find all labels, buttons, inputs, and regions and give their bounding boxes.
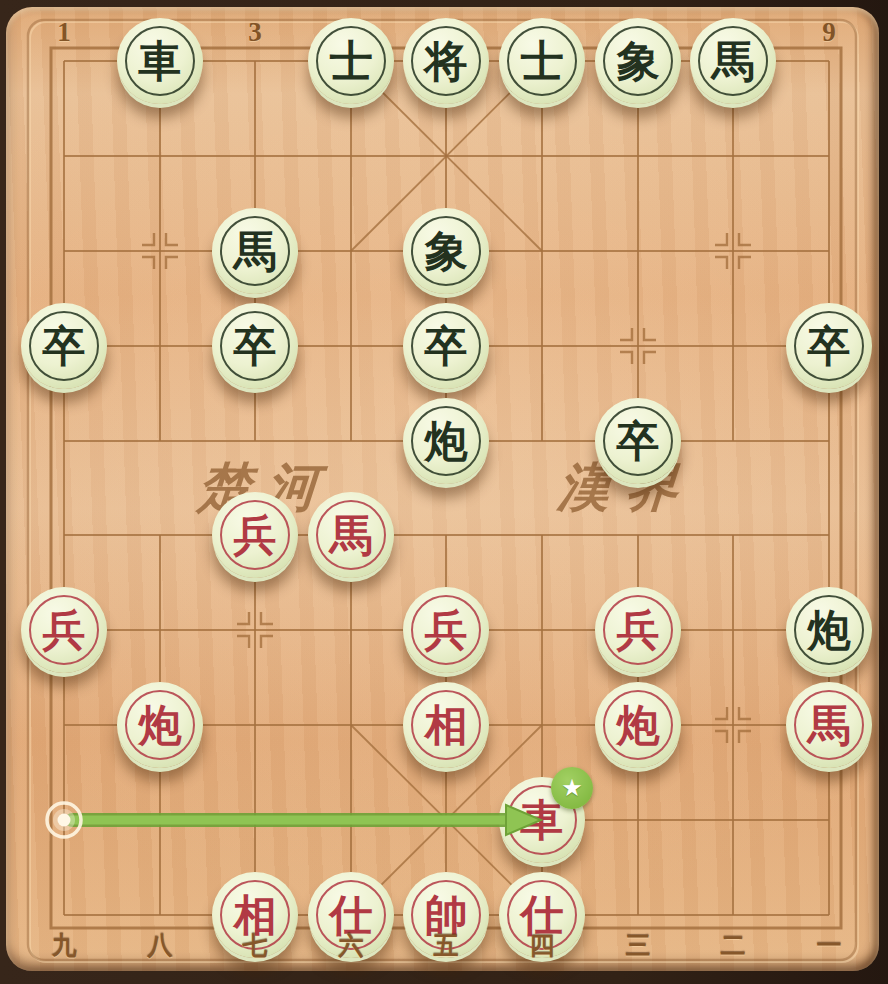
file-label-bottom-9: 一 xyxy=(807,929,851,962)
file-label-bottom-4: 六 xyxy=(329,929,373,962)
piece-black-象-f5r3[interactable]: 象 xyxy=(403,208,489,294)
file-label-top-9: 9 xyxy=(807,17,851,48)
file-label-bottom-8: 二 xyxy=(711,929,755,962)
piece-glyph: 炮 xyxy=(139,704,182,747)
piece-black-卒-f9r4[interactable]: 卒 xyxy=(786,303,872,389)
piece-black-卒-f3r4[interactable]: 卒 xyxy=(212,303,298,389)
piece-black-将-f5r1[interactable]: 将 xyxy=(403,18,489,104)
piece-black-象-f7r1[interactable]: 象 xyxy=(595,18,681,104)
wooden-board-panel xyxy=(6,7,879,971)
file-label-bottom-6: 四 xyxy=(520,929,564,962)
piece-glyph: 兵 xyxy=(43,609,86,652)
piece-glyph: 士 xyxy=(330,40,373,83)
piece-glyph: 卒 xyxy=(43,325,86,368)
last-moved-star-badge: ★ xyxy=(551,767,593,809)
piece-red-馬-f4r6[interactable]: 馬 xyxy=(308,492,394,578)
file-label-bottom-7: 三 xyxy=(616,929,660,962)
piece-red-炮-f2r8[interactable]: 炮 xyxy=(117,682,203,768)
piece-black-馬-f3r3[interactable]: 馬 xyxy=(212,208,298,294)
file-label-bottom-3: 七 xyxy=(233,929,277,962)
piece-black-炮-f5r5[interactable]: 炮 xyxy=(403,398,489,484)
piece-glyph: 兵 xyxy=(425,609,468,652)
piece-glyph: 将 xyxy=(425,40,468,83)
piece-red-兵-f5r7[interactable]: 兵 xyxy=(403,587,489,673)
file-label-bottom-2: 八 xyxy=(138,929,182,962)
piece-black-卒-f1r4[interactable]: 卒 xyxy=(21,303,107,389)
piece-glyph: 卒 xyxy=(617,420,660,463)
piece-glyph: 車 xyxy=(521,799,564,842)
piece-glyph: 象 xyxy=(617,40,660,83)
file-label-bottom-1: 九 xyxy=(42,929,86,962)
piece-glyph: 馬 xyxy=(712,40,755,83)
piece-glyph: 炮 xyxy=(425,420,468,463)
piece-red-炮-f7r8[interactable]: 炮 xyxy=(595,682,681,768)
piece-black-士-f4r1[interactable]: 士 xyxy=(308,18,394,104)
piece-glyph: 象 xyxy=(425,230,468,273)
piece-glyph: 馬 xyxy=(234,230,277,273)
piece-glyph: 相 xyxy=(425,704,468,747)
piece-black-卒-f7r5[interactable]: 卒 xyxy=(595,398,681,484)
piece-glyph: 卒 xyxy=(234,325,277,368)
piece-glyph: 兵 xyxy=(234,514,277,557)
piece-glyph: 兵 xyxy=(617,609,660,652)
xiangqi-app: 123456789 楚河 漢界 車士将士象馬馬象卒卒卒卒炮卒炮兵馬兵兵兵炮相炮馬… xyxy=(0,0,888,984)
piece-glyph: 車 xyxy=(139,40,182,83)
piece-glyph: 炮 xyxy=(808,609,851,652)
piece-glyph: 炮 xyxy=(617,704,660,747)
piece-glyph: 卒 xyxy=(425,325,468,368)
piece-glyph: 卒 xyxy=(808,325,851,368)
piece-black-士-f6r1[interactable]: 士 xyxy=(499,18,585,104)
piece-glyph: 士 xyxy=(521,40,564,83)
file-label-top-3: 3 xyxy=(233,17,277,48)
file-label-bottom-5: 五 xyxy=(424,929,468,962)
piece-red-兵-f1r7[interactable]: 兵 xyxy=(21,587,107,673)
piece-glyph: 馬 xyxy=(808,704,851,747)
piece-black-炮-f9r7[interactable]: 炮 xyxy=(786,587,872,673)
piece-red-兵-f7r7[interactable]: 兵 xyxy=(595,587,681,673)
piece-black-車-f2r1[interactable]: 車 xyxy=(117,18,203,104)
piece-glyph: 馬 xyxy=(330,514,373,557)
piece-red-兵-f3r6[interactable]: 兵 xyxy=(212,492,298,578)
file-label-top-1: 1 xyxy=(42,17,86,48)
piece-red-相-f5r8[interactable]: 相 xyxy=(403,682,489,768)
piece-red-馬-f9r8[interactable]: 馬 xyxy=(786,682,872,768)
piece-black-卒-f5r4[interactable]: 卒 xyxy=(403,303,489,389)
piece-black-馬-f8r1[interactable]: 馬 xyxy=(690,18,776,104)
